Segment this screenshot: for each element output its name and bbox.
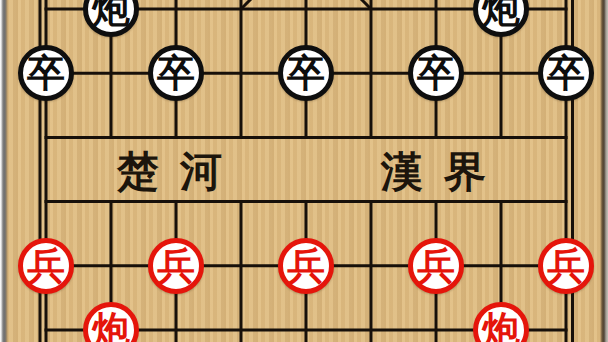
xiangqi-board[interactable]: 楚河 漢界 炮炮卒卒卒卒卒兵兵兵兵兵炮炮 xyxy=(0,0,608,342)
piece-black-soldier-5[interactable]: 卒 xyxy=(538,45,594,101)
piece-red-soldier-4[interactable]: 兵 xyxy=(408,238,464,294)
piece-red-soldier-3[interactable]: 兵 xyxy=(278,238,334,294)
piece-black-soldier-1[interactable]: 卒 xyxy=(18,45,74,101)
piece-red-soldier-5[interactable]: 兵 xyxy=(538,238,594,294)
piece-black-soldier-2[interactable]: 卒 xyxy=(148,45,204,101)
piece-black-soldier-3[interactable]: 卒 xyxy=(278,45,334,101)
window-edge-left xyxy=(0,0,8,342)
river-label-chu-he: 楚河 xyxy=(117,150,243,194)
river-label-han-jie: 漢界 xyxy=(381,150,507,194)
piece-red-soldier-1[interactable]: 兵 xyxy=(18,238,74,294)
window-edge-right xyxy=(600,0,608,342)
piece-red-soldier-2[interactable]: 兵 xyxy=(148,238,204,294)
piece-black-soldier-4[interactable]: 卒 xyxy=(408,45,464,101)
